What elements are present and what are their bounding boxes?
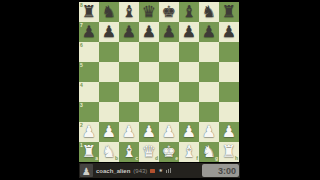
piece-black-bishop[interactable]: ♝ [179,2,199,22]
piece-black-pawn[interactable]: ♟ [119,22,139,42]
piece-black-rook[interactable]: ♜ [79,2,99,22]
square-b6[interactable] [99,42,119,62]
piece-white-pawn[interactable]: ♟ [179,122,199,142]
rank-label-5: 5 [80,63,83,68]
square-b1[interactable]: b♞ [99,142,119,162]
piece-white-bishop[interactable]: ♝ [119,142,139,162]
avatar[interactable]: ♟ [80,164,93,177]
square-g5[interactable] [199,62,219,82]
square-h5[interactable] [219,62,239,82]
piece-white-queen[interactable]: ♛ [139,142,159,162]
piece-white-knight[interactable]: ♞ [99,142,119,162]
square-h3[interactable] [219,102,239,122]
piece-white-knight[interactable]: ♞ [199,142,219,162]
piece-black-pawn[interactable]: ♟ [159,22,179,42]
piece-black-pawn[interactable]: ♟ [199,22,219,42]
piece-white-pawn[interactable]: ♟ [199,122,219,142]
square-h4[interactable] [219,82,239,102]
square-c3[interactable] [119,102,139,122]
piece-white-pawn[interactable]: ♟ [99,122,119,142]
square-f4[interactable] [179,82,199,102]
square-e4[interactable] [159,82,179,102]
square-g4[interactable] [199,82,219,102]
square-g3[interactable] [199,102,219,122]
square-a7[interactable]: 7♟ [79,22,99,42]
square-d2[interactable]: ♟ [139,122,159,142]
square-f5[interactable] [179,62,199,82]
piece-white-pawn[interactable]: ♟ [79,122,99,142]
square-e5[interactable] [159,62,179,82]
square-a3[interactable]: 3 [79,102,99,122]
square-f1[interactable]: f♝ [179,142,199,162]
square-c2[interactable]: ♟ [119,122,139,142]
piece-black-bishop[interactable]: ♝ [119,2,139,22]
square-g1[interactable]: g♞ [199,142,219,162]
letterbox-right [240,0,320,180]
square-c7[interactable]: ♟ [119,22,139,42]
piece-black-knight[interactable]: ♞ [199,2,219,22]
square-e3[interactable] [159,102,179,122]
square-a5[interactable]: 5 [79,62,99,82]
piece-white-rook[interactable]: ♜ [219,142,239,162]
square-a8[interactable]: 8♜ [79,2,99,22]
square-c4[interactable] [119,82,139,102]
square-d4[interactable] [139,82,159,102]
piece-black-pawn[interactable]: ♟ [79,22,99,42]
square-g8[interactable]: ♞ [199,2,219,22]
square-e2[interactable]: ♟ [159,122,179,142]
username[interactable]: coach_alien [96,168,130,174]
piece-black-pawn[interactable]: ♟ [179,22,199,42]
piece-black-pawn[interactable]: ♟ [99,22,119,42]
square-c1[interactable]: c♝ [119,142,139,162]
square-b8[interactable]: ♞ [99,2,119,22]
square-f7[interactable]: ♟ [179,22,199,42]
player-bar: ♟ coach_alien (943) ★ 3:00 [79,163,240,178]
square-f3[interactable] [179,102,199,122]
square-f8[interactable]: ♝ [179,2,199,22]
square-b7[interactable]: ♟ [99,22,119,42]
square-g2[interactable]: ♟ [199,122,219,142]
app-window: 8♜♞♝♛♚♝♞♜7♟♟♟♟♟♟♟♟65432♟♟♟♟♟♟♟♟1a♜b♞c♝d♛… [0,0,320,180]
square-e8[interactable]: ♚ [159,2,179,22]
square-a1[interactable]: 1a♜ [79,142,99,162]
piece-black-pawn[interactable]: ♟ [139,22,159,42]
piece-white-king[interactable]: ♚ [159,142,179,162]
square-h8[interactable]: ♜ [219,2,239,22]
square-a2[interactable]: 2♟ [79,122,99,142]
square-c8[interactable]: ♝ [119,2,139,22]
square-b5[interactable] [99,62,119,82]
square-h6[interactable] [219,42,239,62]
square-b4[interactable] [99,82,119,102]
square-f6[interactable] [179,42,199,62]
piece-black-knight[interactable]: ♞ [99,2,119,22]
square-d6[interactable] [139,42,159,62]
piece-white-rook[interactable]: ♜ [79,142,99,162]
square-d5[interactable] [139,62,159,82]
square-d7[interactable]: ♟ [139,22,159,42]
rank-label-6: 6 [80,43,83,48]
flag-icon [150,169,155,173]
square-h7[interactable]: ♟ [219,22,239,42]
piece-black-pawn[interactable]: ♟ [219,22,239,42]
square-d1[interactable]: d♛ [139,142,159,162]
piece-white-pawn[interactable]: ♟ [119,122,139,142]
piece-black-king[interactable]: ♚ [159,2,179,22]
piece-black-rook[interactable]: ♜ [219,2,239,22]
avatar-pawn-icon: ♟ [82,167,91,177]
clock: 3:00 [202,164,239,177]
rating: (943) [133,168,147,174]
piece-white-pawn[interactable]: ♟ [139,122,159,142]
piece-black-queen[interactable]: ♛ [139,2,159,22]
connection-bars-icon [166,168,171,173]
rank-label-3: 3 [80,103,83,108]
square-g7[interactable]: ♟ [199,22,219,42]
square-h2[interactable]: ♟ [219,122,239,142]
piece-white-pawn[interactable]: ♟ [219,122,239,142]
square-d3[interactable] [139,102,159,122]
letterbox-left [0,0,79,180]
square-c6[interactable] [119,42,139,62]
rank-label-4: 4 [80,83,83,88]
square-c5[interactable] [119,62,139,82]
square-e7[interactable]: ♟ [159,22,179,42]
square-h1[interactable]: h♜ [219,142,239,162]
square-g6[interactable] [199,42,219,62]
square-b3[interactable] [99,102,119,122]
square-d8[interactable]: ♛ [139,2,159,22]
badge-icon: ★ [158,168,162,173]
square-a6[interactable]: 6 [79,42,99,62]
square-f2[interactable]: ♟ [179,122,199,142]
square-a4[interactable]: 4 [79,82,99,102]
square-b2[interactable]: ♟ [99,122,119,142]
piece-white-pawn[interactable]: ♟ [159,122,179,142]
piece-white-bishop[interactable]: ♝ [179,142,199,162]
chess-board: 8♜♞♝♛♚♝♞♜7♟♟♟♟♟♟♟♟65432♟♟♟♟♟♟♟♟1a♜b♞c♝d♛… [79,2,239,162]
square-e1[interactable]: e♚ [159,142,179,162]
square-e6[interactable] [159,42,179,62]
